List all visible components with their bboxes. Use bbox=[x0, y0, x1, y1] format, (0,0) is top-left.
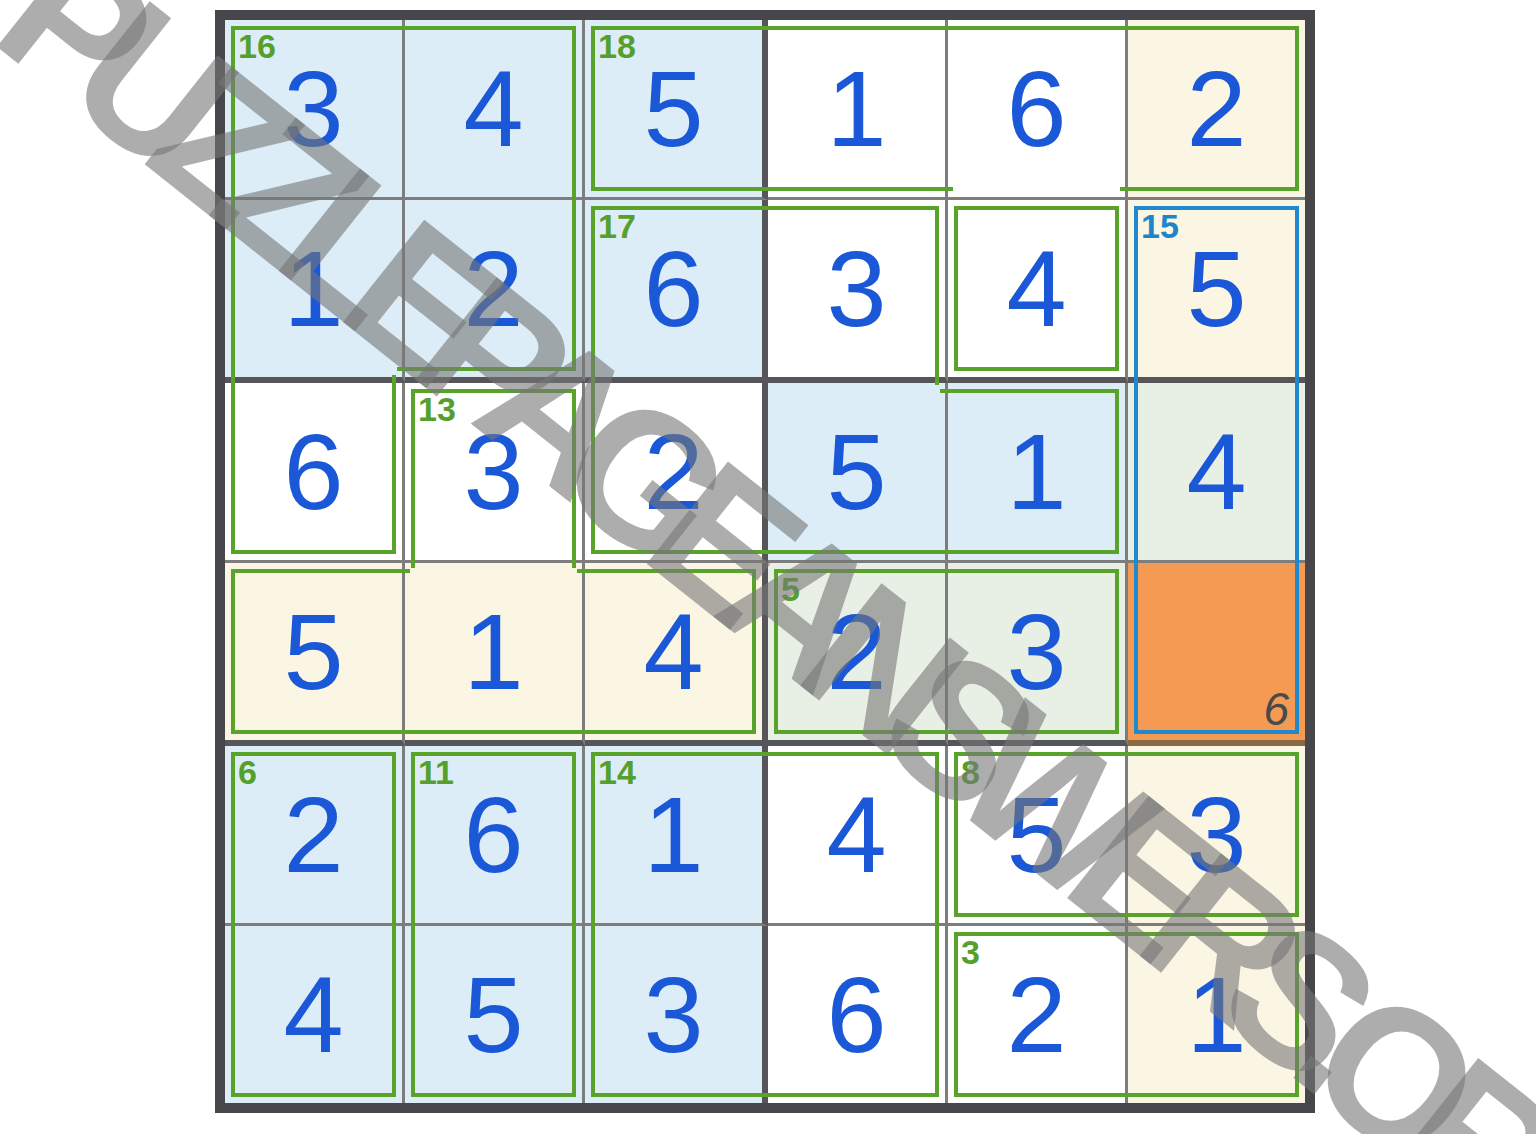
cage-sum-8: 8 bbox=[961, 755, 980, 789]
cage-sum-5: 5 bbox=[781, 572, 800, 606]
cell-r4c6-selected[interactable]: 6 bbox=[1128, 563, 1305, 746]
cell-value: 3 bbox=[768, 200, 945, 377]
cell-r4c1[interactable]: 5 bbox=[225, 563, 405, 746]
cell-value: 5 bbox=[405, 926, 582, 1103]
cell-r4c3[interactable]: 4 bbox=[585, 563, 768, 746]
cell-value: 6 bbox=[948, 20, 1125, 197]
cell-r1c4[interactable]: 1 bbox=[768, 20, 948, 200]
killer-sudoku-board: 16 3 4 18 5 1 6 2 1 2 bbox=[215, 10, 1315, 1113]
cell-r6c4[interactable]: 6 bbox=[768, 926, 948, 1103]
cage-sum-15: 15 bbox=[1141, 209, 1179, 243]
cage-sum-3: 3 bbox=[961, 935, 980, 969]
cell-r5c6[interactable]: 3 bbox=[1128, 746, 1305, 926]
cell-r6c1[interactable]: 4 bbox=[225, 926, 405, 1103]
pencil-mark: 6 bbox=[1263, 686, 1289, 732]
cell-r1c1[interactable]: 16 3 bbox=[225, 20, 405, 200]
cell-r5c4[interactable]: 4 bbox=[768, 746, 948, 926]
cell-r6c2[interactable]: 5 bbox=[405, 926, 585, 1103]
cage-sum-17: 17 bbox=[598, 209, 636, 243]
cell-value: 6 bbox=[768, 926, 945, 1103]
cell-r3c3[interactable]: 2 bbox=[585, 383, 768, 563]
cell-value: 4 bbox=[768, 746, 945, 923]
cage-sum-16: 16 bbox=[238, 29, 276, 63]
cell-r1c6[interactable]: 2 bbox=[1128, 20, 1305, 200]
cell-value: 4 bbox=[585, 563, 762, 740]
cell-r4c5[interactable]: 3 bbox=[948, 563, 1128, 746]
cell-r2c1[interactable]: 1 bbox=[225, 200, 405, 383]
cell-r6c5[interactable]: 3 2 bbox=[948, 926, 1128, 1103]
cell-r2c5[interactable]: 4 bbox=[948, 200, 1128, 383]
cell-r3c6[interactable]: 4 bbox=[1128, 383, 1305, 563]
cell-r3c4[interactable]: 5 bbox=[768, 383, 948, 563]
cage-sum-14: 14 bbox=[598, 755, 636, 789]
cell-r4c4[interactable]: 5 2 bbox=[768, 563, 948, 746]
cage-sum-6: 6 bbox=[238, 755, 257, 789]
cell-r3c5[interactable]: 1 bbox=[948, 383, 1128, 563]
cell-value: 1 bbox=[948, 383, 1125, 560]
cage-sum-11: 11 bbox=[418, 755, 454, 789]
cell-value: 1 bbox=[405, 563, 582, 740]
cell-r5c5[interactable]: 8 5 bbox=[948, 746, 1128, 926]
cell-r6c6[interactable]: 1 bbox=[1128, 926, 1305, 1103]
cell-value: 5 bbox=[225, 563, 402, 740]
killer-sudoku-screen: 16 3 4 18 5 1 6 2 1 2 bbox=[0, 0, 1536, 1134]
cell-r4c2[interactable]: 1 bbox=[405, 563, 585, 746]
cell-value: 1 bbox=[768, 20, 945, 197]
cell-r1c2[interactable]: 4 bbox=[405, 20, 585, 200]
cell-value: 3 bbox=[1128, 746, 1305, 923]
cell-value: 2 bbox=[405, 200, 582, 377]
cell-r2c6[interactable]: 15 5 bbox=[1128, 200, 1305, 383]
cell-r3c2[interactable]: 13 3 bbox=[405, 383, 585, 563]
cage-sum-18: 18 bbox=[598, 29, 636, 63]
cage-sum-13: 13 bbox=[418, 392, 456, 426]
cell-r5c1[interactable]: 6 2 bbox=[225, 746, 405, 926]
cell-value: 5 bbox=[768, 383, 945, 560]
cell-r1c5[interactable]: 6 bbox=[948, 20, 1128, 200]
cell-value: 4 bbox=[948, 200, 1125, 377]
cell-r6c3[interactable]: 3 bbox=[585, 926, 768, 1103]
cell-r5c2[interactable]: 11 6 bbox=[405, 746, 585, 926]
cell-value: 1 bbox=[225, 200, 402, 377]
cell-r2c3[interactable]: 17 6 bbox=[585, 200, 768, 383]
cell-value: 3 bbox=[585, 926, 762, 1103]
cell-r5c3[interactable]: 14 1 bbox=[585, 746, 768, 926]
cell-value: 6 bbox=[225, 383, 402, 560]
cell-value: 4 bbox=[405, 20, 582, 197]
cell-value: 4 bbox=[1128, 383, 1305, 560]
cell-r1c3[interactable]: 18 5 bbox=[585, 20, 768, 200]
cell-r2c4[interactable]: 3 bbox=[768, 200, 948, 383]
cell-value: 4 bbox=[225, 926, 402, 1103]
cell-value: 1 bbox=[1128, 926, 1305, 1103]
cell-value: 2 bbox=[1128, 20, 1305, 197]
cell-value: 2 bbox=[585, 383, 762, 560]
cell-value: 3 bbox=[948, 563, 1125, 740]
cell-r2c2[interactable]: 2 bbox=[405, 200, 585, 383]
cell-r3c1[interactable]: 6 bbox=[225, 383, 405, 563]
